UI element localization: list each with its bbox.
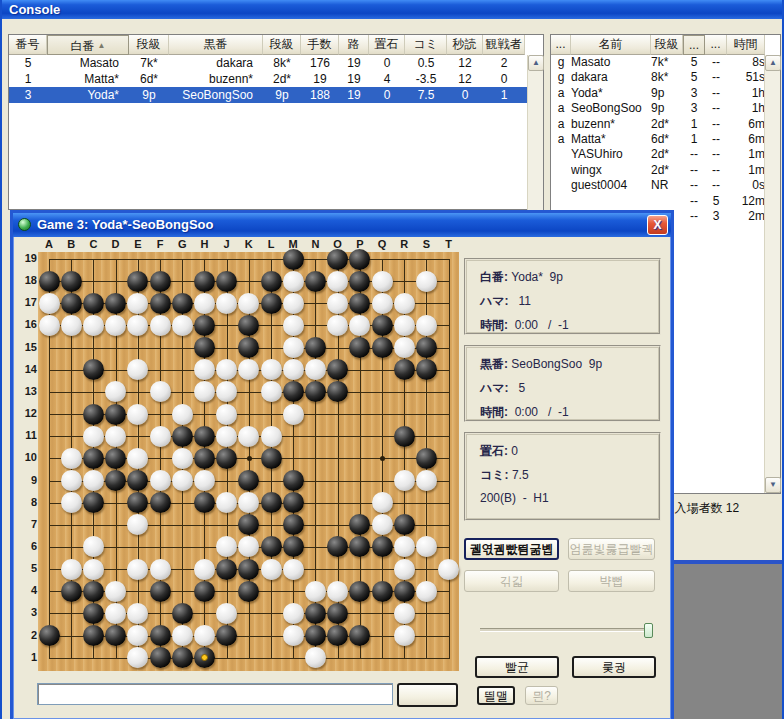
black-stone [194,581,215,602]
background-panel [674,560,784,719]
player-row[interactable]: --512m [551,194,780,209]
white-stone [394,625,415,646]
games-table-scrollbar[interactable]: ▲ [527,55,543,210]
black-stone [83,581,104,602]
black-stone [372,581,393,602]
handicap-line: 置石: 0 [480,443,659,467]
action-button-4[interactable]: 뱍뻡 [568,570,655,592]
white-stone [416,536,437,557]
cell: g [551,70,571,85]
white-stone [216,293,237,314]
board-col-label: S [417,238,435,250]
white-stone [105,603,126,624]
white-stone [261,381,282,402]
white-stone [127,359,148,380]
cell: 9p [651,101,683,116]
board-row-label: 8 [20,496,37,508]
black-stone [83,404,104,425]
board-col-label: G [173,238,191,250]
white-stone [238,359,259,380]
cell: -- [683,163,705,178]
black-stone [327,536,348,557]
black-stone [127,271,148,292]
white-stone [394,536,415,557]
board-col-label: C [84,238,102,250]
white-stone [172,404,193,425]
move-slider[interactable] [480,628,653,632]
white-stone [327,293,348,314]
column-header[interactable]: 番号 [9,35,47,55]
board-row-label: 19 [20,252,37,264]
cell: 3 [683,86,705,101]
cell: 1 [683,117,705,132]
black-stone [305,603,326,624]
black-stone [39,625,60,646]
black-stone [394,514,415,535]
board-row-label: 9 [20,474,37,486]
board-row-label: 13 [20,385,37,397]
white-stone [172,470,193,491]
white-stone [216,492,237,513]
black-stone [305,381,326,402]
cell: 6m [727,132,765,147]
black-stone [349,625,370,646]
scroll-up-icon[interactable]: ▲ [765,55,781,71]
board-col-label: A [40,238,58,250]
player-row[interactable]: YASUhiro2d*----1m [551,147,780,162]
black-stone [283,514,304,535]
white-stone [261,426,282,447]
black-stone [349,337,370,358]
go-board-area: ABCDEFGHJKLMNOPQRST191817161514131211109… [13,237,473,719]
white-stone [127,315,148,336]
black-stone [238,337,259,358]
games-table: 番号白番▲段級黒番段級手数路置石コミ秒読観戦者 5Masato7k*dakara… [8,34,544,210]
white-stone [83,426,104,447]
black-stone [83,359,104,380]
white-stone [305,581,326,602]
black-stone [416,448,437,469]
white-stone [216,426,237,447]
player-row[interactable]: gMasato7k*5--8s [551,55,780,70]
cell: 2d* [263,71,301,87]
cell [551,194,571,209]
black-stone [216,625,237,646]
black-stone [394,359,415,380]
small-button-2[interactable]: 믠? [525,686,558,705]
game-row[interactable]: 1Matta*6d*buzenn*2d*19194-3.5120 [9,71,543,87]
black-stone [127,492,148,513]
black-stone [327,381,348,402]
cell: 2 [483,55,525,71]
board-col-label: K [240,238,258,250]
black-stone [172,293,193,314]
cell: 1h [727,101,765,116]
board-col-label: Q [373,238,391,250]
black-stone [61,271,82,292]
black-stone [83,293,104,314]
cell: -- [705,163,727,178]
cell: SeoBongSoo [571,101,651,116]
black-stone [238,315,259,336]
white-stone [283,559,304,580]
white-stone [105,315,126,336]
black-stone [283,492,304,513]
black-stone [194,337,215,358]
cell: -- [705,117,727,132]
player-list-scrollbar[interactable]: ▲ ▼ [764,55,780,493]
player-list-body: gMasato7k*5--8sgdakara8k*5--51saYoda*9p3… [551,55,780,224]
cell: 9p [651,86,683,101]
cell: -- [705,132,727,147]
white-stone [305,359,326,380]
cell: 8k* [651,70,683,85]
black-stone [105,625,126,646]
black-stone [349,293,370,314]
white-stone [39,293,60,314]
white-stone [238,426,259,447]
black-stone [327,249,348,270]
cell: 2d* [651,147,683,162]
black-stone [327,625,348,646]
board-row-label: 5 [20,562,37,574]
cell: 8k* [263,55,301,71]
white-stone [172,625,193,646]
grid-line [449,259,450,659]
black-stone [39,271,60,292]
cell: SeoBongSoo [169,87,263,103]
black-stone [261,271,282,292]
white-stone [127,404,148,425]
white-captures-line: ハマ: 11 [480,293,659,317]
black-stone [216,559,237,580]
column-header[interactable]: 手数 [301,35,339,55]
column-header[interactable]: 段級 [651,35,683,55]
black-stone [261,536,282,557]
chat-input[interactable] [37,683,393,705]
cell [551,147,571,162]
white-stone [150,470,171,491]
column-header[interactable]: 秒読 [447,35,483,55]
white-stone [283,271,304,292]
white-stone [105,426,126,447]
cell: 3 [705,209,727,224]
entrants-count: | 入場者数 12 [668,500,784,517]
star-point [247,456,252,461]
black-stone [372,315,393,336]
column-header[interactable]: 観戦者 [483,35,525,55]
go-board[interactable] [38,252,459,671]
board-row-label: 1 [20,651,37,663]
cell: -- [683,194,705,209]
cell [571,194,651,209]
cell: 12 [447,71,483,87]
black-stone [394,426,415,447]
cell: 176 [301,55,339,71]
white-stone [105,581,126,602]
cell: g [551,55,571,70]
board-row-label: 12 [20,407,37,419]
white-stone [194,381,215,402]
white-stone [283,315,304,336]
black-stone [238,559,259,580]
cell: 6d* [129,71,169,87]
cell: 0.5 [405,55,447,71]
cell: 12m [727,194,765,209]
board-col-label: M [284,238,302,250]
action-button-2[interactable]: 엄룶빛룷급빨궥 [568,538,655,560]
white-time-line: 時間: 0:00 / -1 [480,317,659,341]
black-stone [372,337,393,358]
white-stone [194,625,215,646]
white-stone [394,293,415,314]
cell: Yoda* [47,87,129,103]
board-col-label: P [351,238,369,250]
black-stone [283,536,304,557]
black-stone [105,448,126,469]
cell: -3.5 [405,71,447,87]
white-stone [283,337,304,358]
cell: 7k* [129,55,169,71]
cell: buzenn* [571,117,651,132]
game-window-icon [18,218,31,231]
column-header[interactable]: 段級 [263,35,301,55]
column-header[interactable]: 路 [339,35,369,55]
white-stone [416,271,437,292]
white-stone [283,603,304,624]
cell: 1h [727,86,765,101]
column-header[interactable]: コミ [405,35,447,55]
black-stone [305,337,326,358]
console-title: Console [9,2,60,17]
white-stone [216,603,237,624]
white-stone [61,470,82,491]
black-stone [150,581,171,602]
black-stone [127,470,148,491]
white-stone [394,337,415,358]
white-stone [372,293,393,314]
board-col-label: R [395,238,413,250]
black-stone [61,581,82,602]
white-player-panel: 白番: Yoda* 9p ハマ: 11 時間: 0:00 / -1 [464,258,661,335]
cell: 4 [369,71,405,87]
game-row[interactable]: 3Yoda*9pSeoBongSoo9p1881907.501 [9,87,543,103]
cell: -- [705,70,727,85]
cell: -- [705,147,727,162]
game-row[interactable]: 5Masato7k*dakara8k*1761900.5122 [9,55,543,71]
black-stone [83,603,104,624]
black-stone [349,514,370,535]
white-stone [127,293,148,314]
cell: -- [683,178,705,193]
black-stone [416,337,437,358]
black-stone [172,647,193,668]
white-stone [150,315,171,336]
white-stone [416,315,437,336]
board-row-label: 10 [20,451,37,463]
sort-asc-icon: ▲ [98,41,106,50]
white-stone [216,536,237,557]
game-window-titlebar[interactable]: Game 3: Yoda*-SeoBongSoo X [13,213,671,237]
player-row[interactable]: aSeoBongSoo9p3--1h [551,101,780,116]
black-stone [105,470,126,491]
cell: 19 [339,55,369,71]
secondary-button[interactable]: 룾궝 [572,656,656,678]
move-count-line: 200(B) - H1 [480,491,659,515]
white-stone [127,603,148,624]
black-stone [349,581,370,602]
send-button[interactable] [397,683,458,707]
column-header[interactable]: 時間 [727,35,765,55]
cell: 12 [447,55,483,71]
cell: 2d* [651,163,683,178]
cell [551,163,571,178]
player-row[interactable]: abuzenn*2d*1--6m [551,117,780,132]
white-stone [394,470,415,491]
black-stone [283,381,304,402]
cell: Masato [571,55,651,70]
player-row[interactable]: gdakara8k*5--51s [551,70,780,85]
column-header[interactable]: ... [683,35,705,55]
black-stone [261,492,282,513]
board-row-label: 2 [20,629,37,641]
confirm-button[interactable]: 빨균 [475,656,559,678]
column-header[interactable]: 段級 [129,35,169,55]
cell: 188 [301,87,339,103]
board-row-label: 11 [20,429,37,441]
cell: -- [705,86,727,101]
column-header[interactable]: 白番▲ [47,35,129,55]
white-stone [61,315,82,336]
cell: 19 [301,71,339,87]
column-header[interactable]: ... [705,35,727,55]
cell: 1 [683,132,705,147]
board-row-label: 3 [20,606,37,618]
white-stone [372,492,393,513]
white-stone [216,404,237,425]
player-row[interactable]: wingx2d*----1m [551,163,780,178]
cell: a [551,101,571,116]
player-row[interactable]: aYoda*9p3--1h [551,86,780,101]
black-stone [105,293,126,314]
black-stone [327,603,348,624]
cell: 6m [727,117,765,132]
white-stone [150,426,171,447]
board-col-label: D [107,238,125,250]
cell: Masato [47,55,129,71]
action-button-3[interactable]: 긲긻 [464,570,559,592]
white-stone [39,315,60,336]
star-point [380,456,385,461]
black-captures-line: ハマ: 5 [480,380,659,404]
black-stone [150,271,171,292]
cell: 1m [727,163,765,178]
cell: 5 [9,55,47,71]
white-stone [394,315,415,336]
white-stone [238,536,259,557]
cell: 8s [727,55,765,70]
action-button-1[interactable]: 궬엯궴빲띔굶볩 [464,538,559,560]
white-stone [61,492,82,513]
cell: 19 [339,87,369,103]
cell: 2m [727,209,765,224]
white-stone [238,293,259,314]
black-stone [172,603,193,624]
black-stone [261,448,282,469]
cell: NR [651,178,683,193]
slider-thumb[interactable] [644,623,653,638]
white-stone [127,559,148,580]
cell: 3 [683,101,705,116]
black-stone [194,492,215,513]
white-stone [127,647,148,668]
cell: 5 [683,70,705,85]
black-stone [194,426,215,447]
black-stone [150,625,171,646]
small-button-1[interactable]: 띌맬 [477,686,515,705]
cell: 9p [263,87,301,103]
console-titlebar[interactable]: Console [2,0,784,19]
board-row-label: 4 [20,584,37,596]
column-header[interactable]: 名前 [571,35,651,55]
black-stone [283,249,304,270]
white-stone [216,381,237,402]
white-stone [283,359,304,380]
white-name-line: 白番: Yoda* 9p [480,269,659,293]
black-stone [238,514,259,535]
white-stone [83,315,104,336]
cell: -- [705,101,727,116]
cell: 6d* [651,132,683,147]
column-header[interactable]: 置石 [369,35,405,55]
board-row-label: 16 [20,318,37,330]
white-stone [194,359,215,380]
board-col-label: H [195,238,213,250]
white-stone [61,559,82,580]
black-stone [327,359,348,380]
white-stone [150,559,171,580]
white-stone [127,625,148,646]
white-stone [327,271,348,292]
board-row-label: 15 [20,341,37,353]
close-icon[interactable]: X [647,215,668,235]
cell: 9p [129,87,169,103]
komi-line: コミ: 7.5 [480,467,659,491]
player-row[interactable]: guest0004NR----0s [551,178,780,193]
cell: Matta* [571,132,651,147]
white-stone [305,647,326,668]
cell: 1m [727,147,765,162]
cell [651,194,683,209]
cell: 0s [727,178,765,193]
column-header[interactable]: 黒番 [169,35,263,55]
cell: Yoda* [571,86,651,101]
white-stone [349,315,370,336]
board-col-label: E [129,238,147,250]
column-header[interactable]: ... [551,35,571,55]
scroll-up-icon[interactable]: ▲ [528,55,544,71]
white-stone [216,359,237,380]
black-stone [305,625,326,646]
cell: 1 [483,87,525,103]
white-stone [238,492,259,513]
white-stone [372,271,393,292]
black-stone [105,404,126,425]
player-row[interactable]: aMatta*6d*1--6m [551,132,780,147]
black-stone [394,581,415,602]
scroll-down-icon[interactable]: ▼ [765,477,781,493]
player-list-header: ...名前段級......時間 [551,35,780,55]
